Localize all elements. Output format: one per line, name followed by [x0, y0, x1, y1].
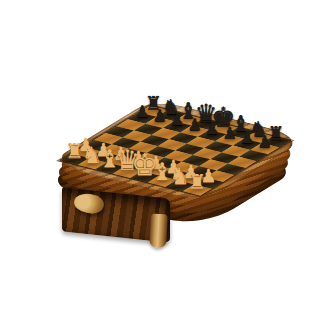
- black-pawn[interactable]: ♟: [168, 111, 186, 129]
- chess-set-photo: ♜♞♝♛♚♝♞♜♟♟♟♟♟♟♟♟♟♟♟♟♟♟♟♟♜♞♝♛♚♝♞♜: [0, 0, 332, 332]
- black-pawn[interactable]: ♟: [256, 133, 274, 151]
- black-pawn[interactable]: ♟: [221, 124, 239, 142]
- black-pawn[interactable]: ♟: [133, 102, 151, 120]
- black-pawn[interactable]: ♟: [238, 129, 256, 147]
- front-leg: [149, 214, 168, 249]
- black-pawn[interactable]: ♟: [186, 115, 204, 133]
- white-rook[interactable]: ♜: [187, 172, 207, 192]
- black-pawn[interactable]: ♟: [151, 107, 169, 125]
- black-pawn[interactable]: ♟: [203, 120, 221, 138]
